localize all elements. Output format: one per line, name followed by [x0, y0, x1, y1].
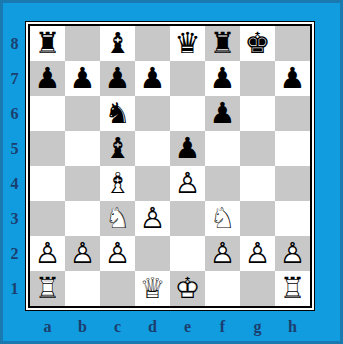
- piece-white-pawn[interactable]: ♙: [240, 236, 275, 271]
- rank-label-5: 5: [5, 131, 24, 166]
- square-f8[interactable]: ♜: [205, 26, 240, 61]
- square-f2[interactable]: ♟♙: [205, 236, 240, 271]
- piece-white-pawn[interactable]: ♙: [135, 201, 170, 236]
- rank-label-2: 2: [5, 236, 24, 271]
- square-h7[interactable]: ♟: [275, 61, 310, 96]
- file-label-f: f: [205, 315, 240, 339]
- square-b3[interactable]: [65, 201, 100, 236]
- file-label-c: c: [100, 315, 135, 339]
- rank-label-3: 3: [5, 201, 24, 236]
- square-b2[interactable]: ♟♙: [65, 236, 100, 271]
- square-e2[interactable]: [170, 236, 205, 271]
- square-c7[interactable]: ♟: [100, 61, 135, 96]
- square-e1[interactable]: ♚♔: [170, 271, 205, 306]
- piece-black-king[interactable]: ♚: [240, 26, 275, 61]
- square-a4[interactable]: [30, 166, 65, 201]
- file-label-e: e: [170, 315, 205, 339]
- rank-label-6: 6: [5, 96, 24, 131]
- square-c8[interactable]: ♝: [100, 26, 135, 61]
- square-b6[interactable]: [65, 96, 100, 131]
- square-a5[interactable]: [30, 131, 65, 166]
- piece-white-knight[interactable]: ♘: [205, 201, 240, 236]
- square-c5[interactable]: ♝: [100, 131, 135, 166]
- square-h5[interactable]: [275, 131, 310, 166]
- piece-white-rook[interactable]: ♖: [30, 271, 65, 306]
- rank-label-4: 4: [5, 166, 24, 201]
- square-d5[interactable]: [135, 131, 170, 166]
- file-labels: abcdefgh: [30, 315, 310, 339]
- square-b4[interactable]: [65, 166, 100, 201]
- square-f6[interactable]: ♟: [205, 96, 240, 131]
- square-a1[interactable]: ♜♖: [30, 271, 65, 306]
- piece-white-knight[interactable]: ♘: [100, 201, 135, 236]
- piece-white-pawn[interactable]: ♙: [30, 236, 65, 271]
- square-d7[interactable]: ♟: [135, 61, 170, 96]
- square-d6[interactable]: [135, 96, 170, 131]
- square-h3[interactable]: [275, 201, 310, 236]
- piece-white-pawn[interactable]: ♙: [275, 236, 310, 271]
- chess-board: ♜♝♛♜♚♟♟♟♟♟♟♞♟♝♟♝♗♟♙♞♘♟♙♞♘♟♙♟♙♟♙♟♙♟♙♟♙♜♖♛…: [28, 24, 312, 308]
- file-label-g: g: [240, 315, 275, 339]
- rank-label-1: 1: [5, 271, 24, 306]
- piece-black-rook[interactable]: ♜: [30, 26, 65, 61]
- square-b1[interactable]: [65, 271, 100, 306]
- square-c2[interactable]: ♟♙: [100, 236, 135, 271]
- square-f7[interactable]: ♟: [205, 61, 240, 96]
- piece-white-pawn[interactable]: ♙: [65, 236, 100, 271]
- square-h8[interactable]: [275, 26, 310, 61]
- page-background: 87654321 ♜♝♛♜♚♟♟♟♟♟♟♞♟♝♟♝♗♟♙♞♘♟♙♞♘♟♙♟♙♟♙…: [0, 0, 343, 344]
- piece-black-pawn[interactable]: ♟: [205, 96, 240, 131]
- square-c6[interactable]: ♞: [100, 96, 135, 131]
- square-f3[interactable]: ♞♘: [205, 201, 240, 236]
- square-g3[interactable]: [240, 201, 275, 236]
- piece-black-queen[interactable]: ♛: [170, 26, 205, 61]
- piece-black-pawn[interactable]: ♟: [100, 61, 135, 96]
- piece-white-bishop[interactable]: ♗: [100, 166, 135, 201]
- file-label-a: a: [30, 315, 65, 339]
- piece-white-pawn[interactable]: ♙: [205, 236, 240, 271]
- piece-white-pawn[interactable]: ♙: [100, 236, 135, 271]
- piece-black-knight[interactable]: ♞: [100, 96, 135, 131]
- piece-white-king[interactable]: ♔: [170, 271, 205, 306]
- square-a6[interactable]: [30, 96, 65, 131]
- square-g4[interactable]: [240, 166, 275, 201]
- square-g2[interactable]: ♟♙: [240, 236, 275, 271]
- square-c1[interactable]: [100, 271, 135, 306]
- square-b8[interactable]: [65, 26, 100, 61]
- rank-label-8: 8: [5, 26, 24, 61]
- square-e6[interactable]: [170, 96, 205, 131]
- square-e8[interactable]: ♛: [170, 26, 205, 61]
- square-f4[interactable]: [205, 166, 240, 201]
- piece-black-bishop[interactable]: ♝: [100, 131, 135, 166]
- piece-black-rook[interactable]: ♜: [205, 26, 240, 61]
- square-a2[interactable]: ♟♙: [30, 236, 65, 271]
- rank-label-7: 7: [5, 61, 24, 96]
- piece-black-pawn[interactable]: ♟: [170, 131, 205, 166]
- square-b5[interactable]: [65, 131, 100, 166]
- square-b7[interactable]: ♟: [65, 61, 100, 96]
- piece-black-bishop[interactable]: ♝: [100, 26, 135, 61]
- square-h4[interactable]: [275, 166, 310, 201]
- piece-black-pawn[interactable]: ♟: [205, 61, 240, 96]
- square-d2[interactable]: [135, 236, 170, 271]
- square-g7[interactable]: [240, 61, 275, 96]
- square-a7[interactable]: ♟: [30, 61, 65, 96]
- chess-board-frame: ♜♝♛♜♚♟♟♟♟♟♟♞♟♝♟♝♗♟♙♞♘♟♙♞♘♟♙♟♙♟♙♟♙♟♙♟♙♜♖♛…: [25, 21, 315, 311]
- square-h2[interactable]: ♟♙: [275, 236, 310, 271]
- square-g5[interactable]: [240, 131, 275, 166]
- piece-white-pawn[interactable]: ♙: [170, 166, 205, 201]
- square-a3[interactable]: [30, 201, 65, 236]
- square-e4[interactable]: ♟♙: [170, 166, 205, 201]
- rank-labels: 87654321: [5, 26, 24, 306]
- file-label-d: d: [135, 315, 170, 339]
- square-e3[interactable]: [170, 201, 205, 236]
- square-e5[interactable]: ♟: [170, 131, 205, 166]
- square-d1[interactable]: ♛♕: [135, 271, 170, 306]
- piece-black-pawn[interactable]: ♟: [275, 61, 310, 96]
- piece-black-pawn[interactable]: ♟: [135, 61, 170, 96]
- square-g8[interactable]: ♚: [240, 26, 275, 61]
- square-e7[interactable]: [170, 61, 205, 96]
- square-f1[interactable]: [205, 271, 240, 306]
- piece-black-pawn[interactable]: ♟: [65, 61, 100, 96]
- file-label-b: b: [65, 315, 100, 339]
- piece-white-rook[interactable]: ♖: [275, 271, 310, 306]
- square-g1[interactable]: [240, 271, 275, 306]
- piece-black-pawn[interactable]: ♟: [30, 61, 65, 96]
- file-label-h: h: [275, 315, 310, 339]
- square-d8[interactable]: [135, 26, 170, 61]
- square-c4[interactable]: ♝♗: [100, 166, 135, 201]
- square-a8[interactable]: ♜: [30, 26, 65, 61]
- square-g6[interactable]: [240, 96, 275, 131]
- square-h6[interactable]: [275, 96, 310, 131]
- square-f5[interactable]: [205, 131, 240, 166]
- square-d4[interactable]: [135, 166, 170, 201]
- square-h1[interactable]: ♜♖: [275, 271, 310, 306]
- piece-white-queen[interactable]: ♕: [135, 271, 170, 306]
- square-c3[interactable]: ♞♘: [100, 201, 135, 236]
- square-d3[interactable]: ♟♙: [135, 201, 170, 236]
